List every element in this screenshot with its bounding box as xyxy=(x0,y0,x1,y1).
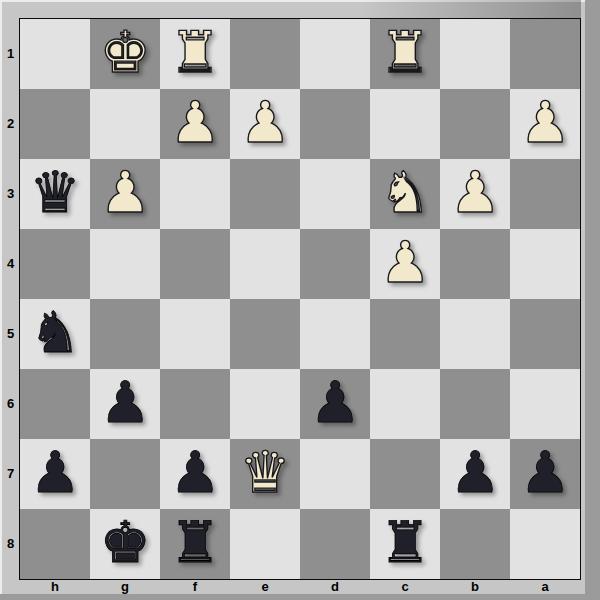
square-f1[interactable]: ♜ xyxy=(160,19,230,89)
square-b8[interactable] xyxy=(440,509,510,579)
piece-black-pawn[interactable]: ♟ xyxy=(510,439,580,509)
square-b1[interactable] xyxy=(440,19,510,89)
square-e2[interactable]: ♟ xyxy=(230,89,300,159)
square-h3[interactable]: ♛ xyxy=(20,159,90,229)
square-d4[interactable] xyxy=(300,229,370,299)
square-d1[interactable] xyxy=(300,19,370,89)
rank-label-5: 5 xyxy=(2,299,19,369)
rank-label-1: 1 xyxy=(2,19,19,89)
square-h4[interactable] xyxy=(20,229,90,299)
file-label-c: c xyxy=(370,580,440,594)
square-a8[interactable] xyxy=(510,509,580,579)
square-e1[interactable] xyxy=(230,19,300,89)
piece-black-rook[interactable]: ♜ xyxy=(160,509,230,579)
piece-white-pawn[interactable]: ♟ xyxy=(90,159,160,229)
square-e3[interactable] xyxy=(230,159,300,229)
square-e5[interactable] xyxy=(230,299,300,369)
square-d6[interactable]: ♟ xyxy=(300,369,370,439)
piece-black-pawn[interactable]: ♟ xyxy=(160,439,230,509)
piece-white-king[interactable]: ♚ xyxy=(90,19,160,89)
piece-white-pawn[interactable]: ♟ xyxy=(370,229,440,299)
square-f6[interactable] xyxy=(160,369,230,439)
square-g7[interactable] xyxy=(90,439,160,509)
piece-white-pawn[interactable]: ♟ xyxy=(510,89,580,159)
rank-label-4: 4 xyxy=(2,229,19,299)
square-h7[interactable]: ♟ xyxy=(20,439,90,509)
file-label-d: d xyxy=(300,580,370,594)
square-f2[interactable]: ♟ xyxy=(160,89,230,159)
rank-label-2: 2 xyxy=(2,89,19,159)
square-e7[interactable]: ♛ xyxy=(230,439,300,509)
square-c8[interactable]: ♜ xyxy=(370,509,440,579)
square-b5[interactable] xyxy=(440,299,510,369)
square-c1[interactable]: ♜ xyxy=(370,19,440,89)
square-f7[interactable]: ♟ xyxy=(160,439,230,509)
file-labels: hgfedcba xyxy=(20,580,580,594)
frame-shadow-bottom xyxy=(0,594,600,600)
piece-white-pawn[interactable]: ♟ xyxy=(230,89,300,159)
square-f8[interactable]: ♜ xyxy=(160,509,230,579)
square-a4[interactable] xyxy=(510,229,580,299)
piece-white-pawn[interactable]: ♟ xyxy=(160,89,230,159)
file-label-e: e xyxy=(230,580,300,594)
square-b6[interactable] xyxy=(440,369,510,439)
piece-white-queen[interactable]: ♛ xyxy=(230,439,300,509)
file-label-h: h xyxy=(20,580,90,594)
piece-black-knight[interactable]: ♞ xyxy=(20,299,90,369)
square-d5[interactable] xyxy=(300,299,370,369)
board-frame: 12345678 ♚♜♜♟♟♟♛♟♞♟♟♞♟♟♟♟♛♟♟♚♜♜ hgfedcba xyxy=(0,0,600,600)
chess-board: ♚♜♜♟♟♟♛♟♞♟♟♞♟♟♟♟♛♟♟♚♜♜ xyxy=(19,18,581,580)
square-f5[interactable] xyxy=(160,299,230,369)
square-e4[interactable] xyxy=(230,229,300,299)
file-label-g: g xyxy=(90,580,160,594)
square-d2[interactable] xyxy=(300,89,370,159)
piece-black-king[interactable]: ♚ xyxy=(90,509,160,579)
piece-black-queen[interactable]: ♛ xyxy=(20,159,90,229)
square-g2[interactable] xyxy=(90,89,160,159)
square-g4[interactable] xyxy=(90,229,160,299)
rank-label-7: 7 xyxy=(2,439,19,509)
frame-shadow-right xyxy=(585,0,600,600)
square-e6[interactable] xyxy=(230,369,300,439)
square-d3[interactable] xyxy=(300,159,370,229)
square-a2[interactable]: ♟ xyxy=(510,89,580,159)
square-g3[interactable]: ♟ xyxy=(90,159,160,229)
square-a1[interactable] xyxy=(510,19,580,89)
square-g6[interactable]: ♟ xyxy=(90,369,160,439)
square-g1[interactable]: ♚ xyxy=(90,19,160,89)
piece-black-rook[interactable]: ♜ xyxy=(370,509,440,579)
square-f4[interactable] xyxy=(160,229,230,299)
square-b3[interactable]: ♟ xyxy=(440,159,510,229)
piece-white-knight[interactable]: ♞ xyxy=(370,159,440,229)
piece-black-pawn[interactable]: ♟ xyxy=(90,369,160,439)
square-a6[interactable] xyxy=(510,369,580,439)
square-b4[interactable] xyxy=(440,229,510,299)
square-h2[interactable] xyxy=(20,89,90,159)
square-d7[interactable] xyxy=(300,439,370,509)
square-b2[interactable] xyxy=(440,89,510,159)
square-d8[interactable] xyxy=(300,509,370,579)
square-c4[interactable]: ♟ xyxy=(370,229,440,299)
rank-label-3: 3 xyxy=(2,159,19,229)
square-h6[interactable] xyxy=(20,369,90,439)
piece-white-rook[interactable]: ♜ xyxy=(160,19,230,89)
square-a5[interactable] xyxy=(510,299,580,369)
frame-top-shade xyxy=(360,0,581,18)
square-c6[interactable] xyxy=(370,369,440,439)
square-e8[interactable] xyxy=(230,509,300,579)
square-c7[interactable] xyxy=(370,439,440,509)
file-label-f: f xyxy=(160,580,230,594)
piece-black-pawn[interactable]: ♟ xyxy=(440,439,510,509)
piece-black-pawn[interactable]: ♟ xyxy=(20,439,90,509)
rank-label-8: 8 xyxy=(2,509,19,579)
piece-white-pawn[interactable]: ♟ xyxy=(440,159,510,229)
piece-black-pawn[interactable]: ♟ xyxy=(300,369,370,439)
square-c3[interactable]: ♞ xyxy=(370,159,440,229)
square-h8[interactable] xyxy=(20,509,90,579)
square-a3[interactable] xyxy=(510,159,580,229)
square-f3[interactable] xyxy=(160,159,230,229)
rank-labels: 12345678 xyxy=(2,19,19,579)
square-g5[interactable] xyxy=(90,299,160,369)
square-a7[interactable]: ♟ xyxy=(510,439,580,509)
piece-white-rook[interactable]: ♜ xyxy=(370,19,440,89)
rank-label-6: 6 xyxy=(2,369,19,439)
square-b7[interactable]: ♟ xyxy=(440,439,510,509)
file-label-b: b xyxy=(440,580,510,594)
square-h1[interactable] xyxy=(20,19,90,89)
file-label-a: a xyxy=(510,580,580,594)
square-c2[interactable] xyxy=(370,89,440,159)
square-h5[interactable]: ♞ xyxy=(20,299,90,369)
square-g8[interactable]: ♚ xyxy=(90,509,160,579)
square-c5[interactable] xyxy=(370,299,440,369)
